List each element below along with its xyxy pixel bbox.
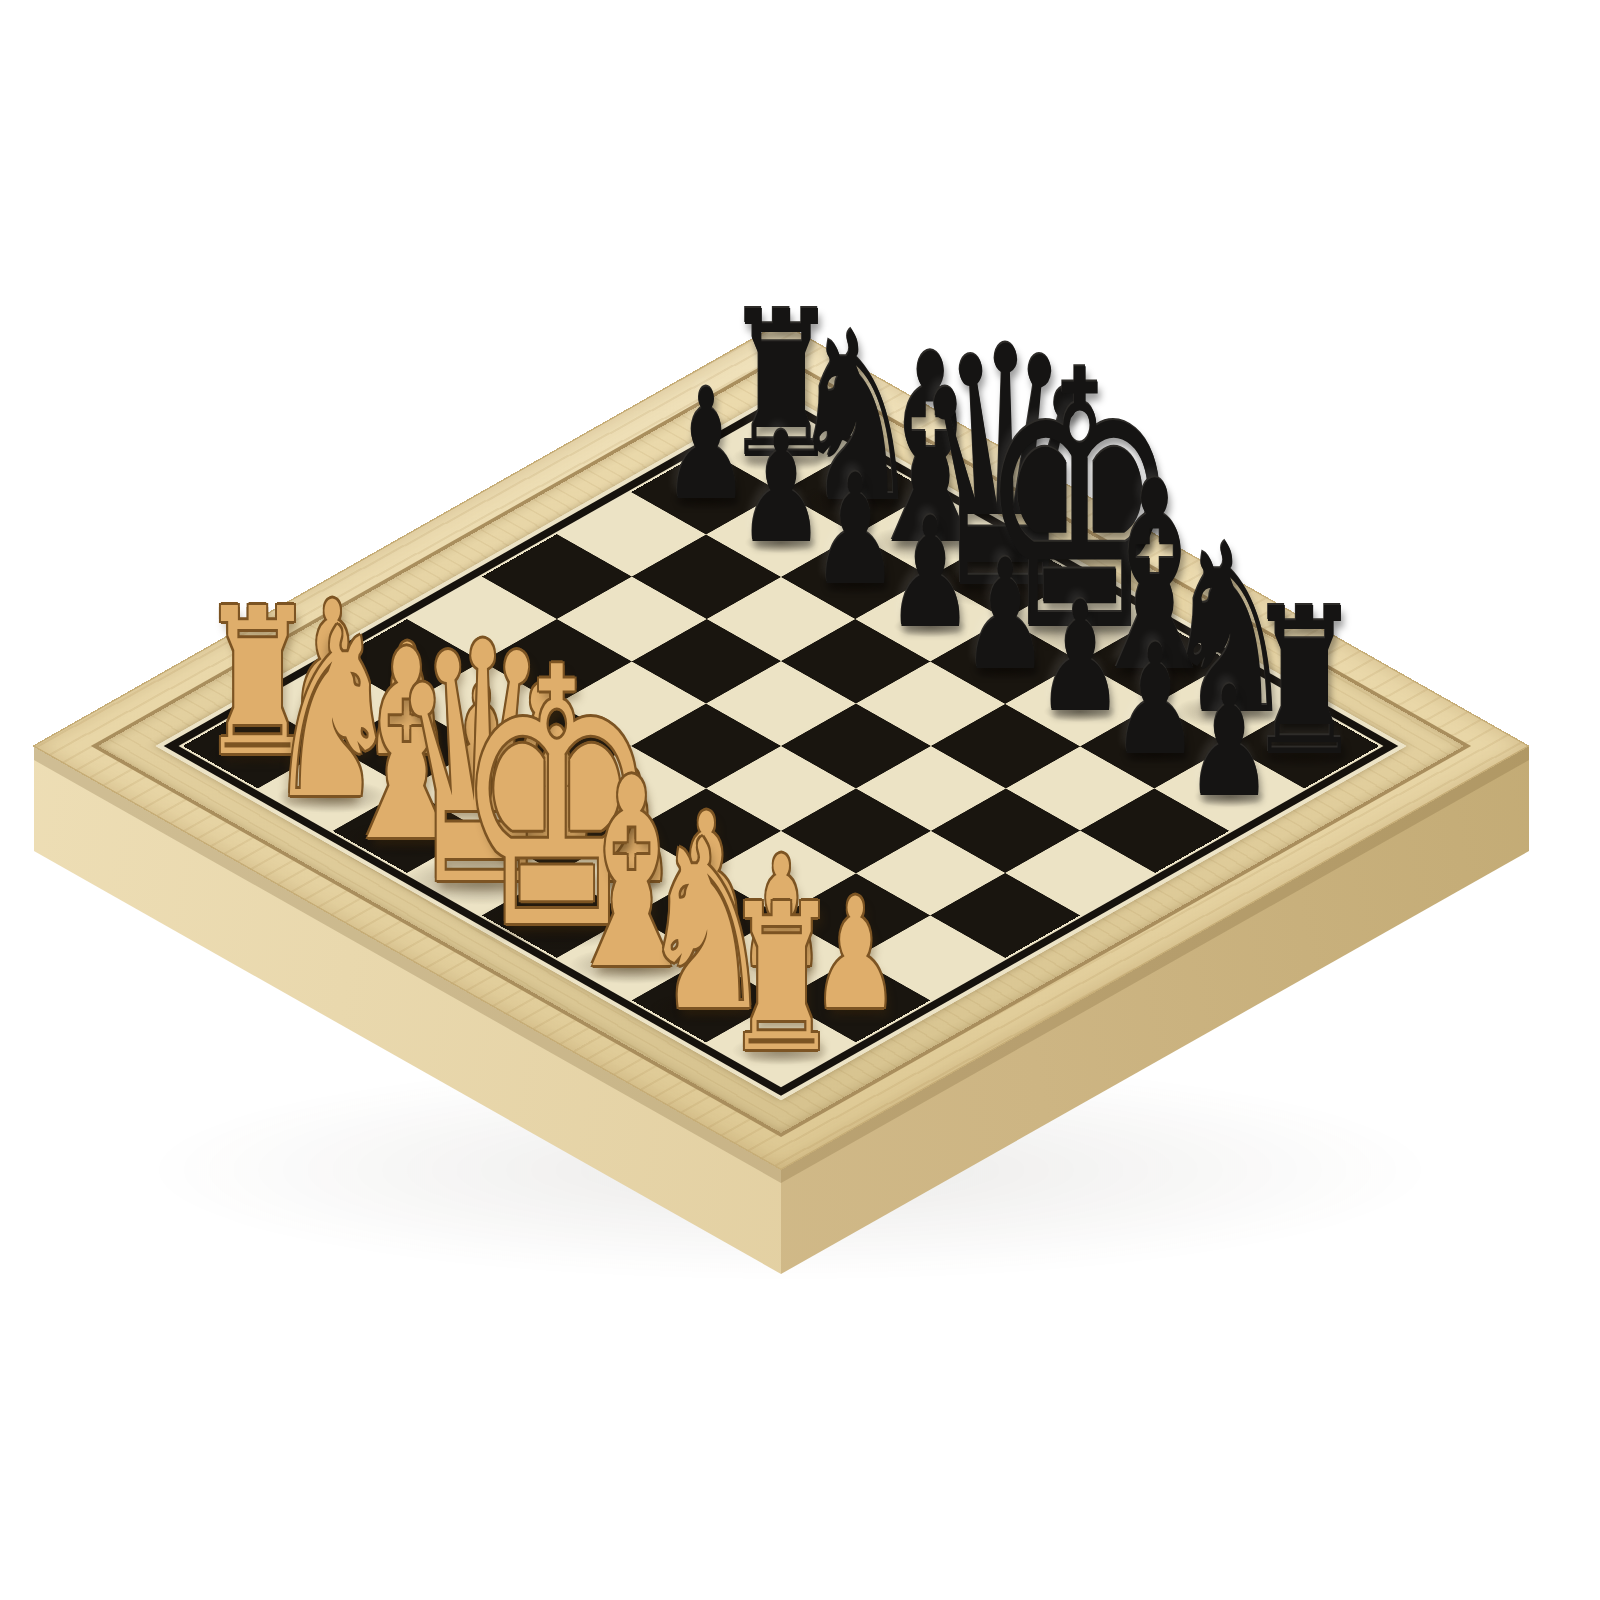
chess-set-product-photo: ♜♞♝♛♚♝♞♜♟♟♟♟♟♟♟♟♟♟♟♟♟♟♟♟♜♞♝♛♚♝♞♜ — [0, 0, 1600, 1600]
